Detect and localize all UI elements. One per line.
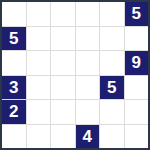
- empty-cell-r5c2[interactable]: [27, 100, 51, 124]
- empty-cell-r1c3[interactable]: [51, 2, 75, 26]
- empty-cell-r4c4[interactable]: [76, 76, 100, 100]
- empty-cell-r5c6[interactable]: [125, 100, 149, 124]
- empty-cell-r1c2[interactable]: [27, 2, 51, 26]
- empty-cell-r2c6[interactable]: [125, 27, 149, 51]
- empty-cell-r2c5[interactable]: [100, 27, 124, 51]
- given-cell-r6c4: 4: [76, 125, 100, 149]
- empty-cell-r3c1[interactable]: [2, 51, 26, 75]
- empty-cell-r3c3[interactable]: [51, 51, 75, 75]
- empty-cell-r3c5[interactable]: [100, 51, 124, 75]
- empty-cell-r3c4[interactable]: [76, 51, 100, 75]
- empty-cell-r6c5[interactable]: [100, 125, 124, 149]
- empty-cell-r5c4[interactable]: [76, 100, 100, 124]
- empty-cell-r6c1[interactable]: [2, 125, 26, 149]
- given-cell-r2c1: 5: [2, 27, 26, 51]
- empty-cell-r1c5[interactable]: [100, 2, 124, 26]
- given-cell-r1c6: 5: [125, 2, 149, 26]
- empty-cell-r6c3[interactable]: [51, 125, 75, 149]
- empty-cell-r4c3[interactable]: [51, 76, 75, 100]
- empty-cell-r2c2[interactable]: [27, 27, 51, 51]
- given-cell-r4c1: 3: [2, 76, 26, 100]
- empty-cell-r6c6[interactable]: [125, 125, 149, 149]
- empty-cell-r3c2[interactable]: [27, 51, 51, 75]
- empty-cell-r4c6[interactable]: [125, 76, 149, 100]
- empty-cell-r2c4[interactable]: [76, 27, 100, 51]
- puzzle-board: 5593524: [0, 0, 150, 150]
- given-cell-r3c6: 9: [125, 51, 149, 75]
- empty-cell-r1c4[interactable]: [76, 2, 100, 26]
- empty-cell-r1c1[interactable]: [2, 2, 26, 26]
- empty-cell-r6c2[interactable]: [27, 125, 51, 149]
- given-cell-r4c5: 5: [100, 76, 124, 100]
- empty-cell-r5c3[interactable]: [51, 100, 75, 124]
- empty-cell-r4c2[interactable]: [27, 76, 51, 100]
- empty-cell-r5c5[interactable]: [100, 100, 124, 124]
- empty-cell-r2c3[interactable]: [51, 27, 75, 51]
- given-cell-r5c1: 2: [2, 100, 26, 124]
